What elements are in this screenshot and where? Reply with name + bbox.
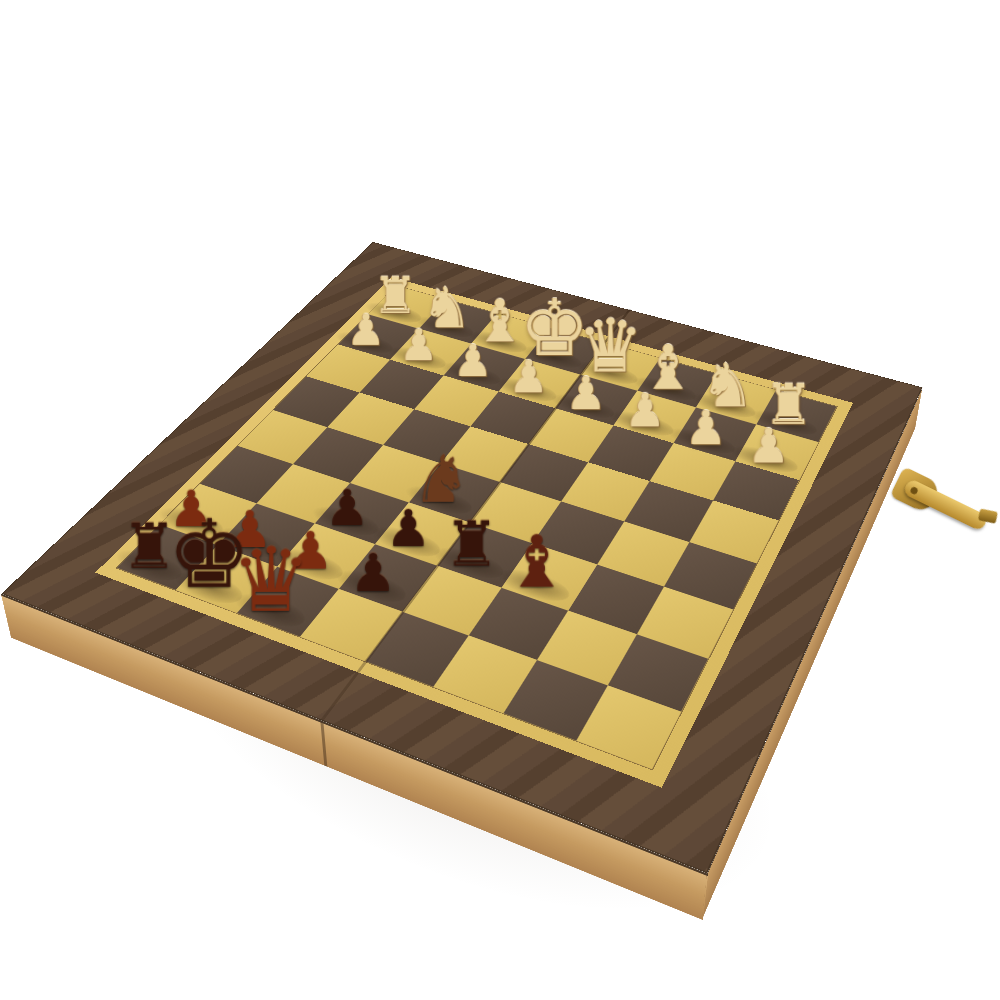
black-queen-f8: ♛ bbox=[231, 538, 311, 622]
chess-board-box: ♜♞♝♚♛♝♞♜♟♟♟♟♟♟♟♟♞♟♟♜♝♟♟♟♟♜♚♛ bbox=[2, 242, 923, 873]
white-pawn-c2: ♟ bbox=[624, 389, 665, 432]
square-h5 bbox=[238, 410, 328, 464]
black-rook-d6: ♜ bbox=[443, 515, 499, 574]
photo-scene: ♜♞♝♚♛♝♞♜♟♟♟♟♟♟♟♟♞♟♟♜♝♟♟♟♟♜♚♛ bbox=[0, 0, 1000, 1000]
black-bishop-c6: ♝ bbox=[504, 529, 569, 597]
white-pawn-e2: ♟ bbox=[508, 356, 548, 398]
square-a2: ♟ bbox=[735, 425, 818, 480]
white-pawn-a2: ♟ bbox=[747, 424, 790, 469]
white-pawn-h2: ♟ bbox=[346, 310, 384, 350]
white-pawn-b2: ♟ bbox=[685, 406, 727, 450]
black-pawn-e7: ♟ bbox=[349, 548, 396, 597]
box-side-seam bbox=[320, 722, 327, 767]
white-pawn-d2: ♟ bbox=[565, 372, 606, 415]
white-pawn-g2: ♟ bbox=[399, 325, 438, 366]
white-pawn-f2: ♟ bbox=[453, 340, 493, 381]
